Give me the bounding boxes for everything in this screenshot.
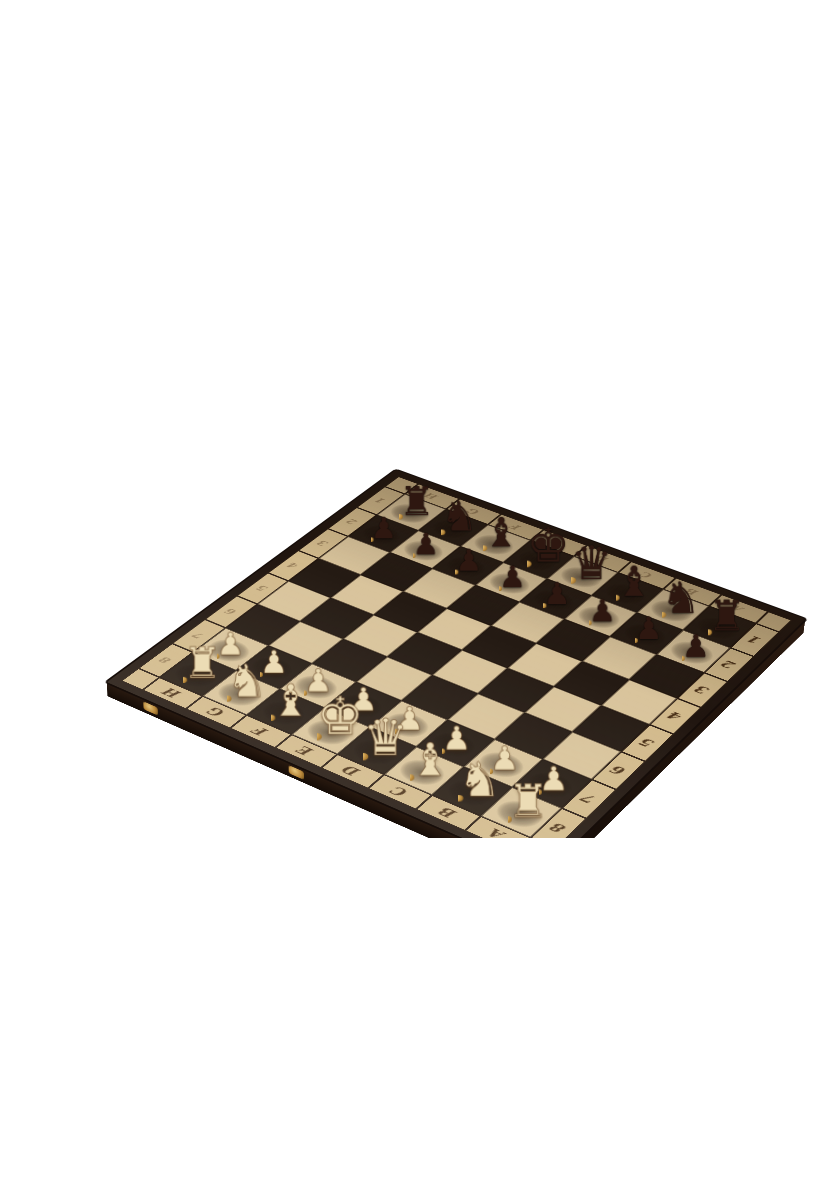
file-label: A <box>486 826 510 838</box>
rank-label: 1 <box>373 496 388 505</box>
carousel-prev-button[interactable] <box>72 560 106 612</box>
rank-label: 1 <box>745 633 765 646</box>
rank-label: 4 <box>285 561 301 570</box>
rank-label: 6 <box>223 607 240 617</box>
rank-label: 3 <box>315 539 331 548</box>
rank-label: 6 <box>608 763 630 778</box>
file-label: H <box>160 685 186 700</box>
file-label: B <box>436 805 461 822</box>
rank-label: 2 <box>719 658 739 671</box>
rank-label: 2 <box>345 517 361 526</box>
file-label: G <box>204 705 228 720</box>
rank-label: 5 <box>637 736 658 750</box>
file-label: E <box>294 744 317 759</box>
product-photo: HGFEDCBA1♜♞♝♚♛♝♞♜12♟♟♟♟♟♟♟♟2334455667♟♟♟… <box>0 0 838 1200</box>
rank-label: 5 <box>255 584 271 594</box>
board-grid: HGFEDCBA1♜♞♝♚♛♝♞♜12♟♟♟♟♟♟♟♟2334455667♟♟♟… <box>121 476 792 838</box>
file-label: C <box>388 784 412 800</box>
file-label: D <box>340 763 365 779</box>
chevron-left-icon <box>72 560 106 612</box>
rank-label: 8 <box>157 655 174 665</box>
rank-label: 4 <box>665 709 686 723</box>
board-frame: HGFEDCBA1♜♞♝♚♛♝♞♜12♟♟♟♟♟♟♟♟2334455667♟♟♟… <box>107 470 806 838</box>
brass-hinge <box>143 701 158 715</box>
file-label: F <box>249 724 272 738</box>
chess-board: HGFEDCBA1♜♞♝♚♛♝♞♜12♟♟♟♟♟♟♟♟2334455667♟♟♟… <box>107 470 806 838</box>
brass-hinge <box>289 765 304 780</box>
rank-label: 7 <box>578 791 600 806</box>
rank-label: 8 <box>548 820 571 836</box>
rank-label: 3 <box>692 683 713 697</box>
photo-region: HGFEDCBA1♜♞♝♚♛♝♞♜12♟♟♟♟♟♟♟♟2334455667♟♟♟… <box>0 300 838 838</box>
